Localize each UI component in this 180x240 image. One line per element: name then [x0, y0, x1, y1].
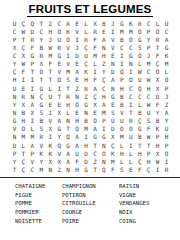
grid-cell[interactable]: T: [144, 142, 153, 150]
grid-cell[interactable]: X: [46, 125, 55, 133]
grid-cell[interactable]: E: [99, 28, 108, 36]
grid-cell[interactable]: J: [162, 93, 171, 101]
grid-cell[interactable]: X: [153, 76, 162, 84]
grid-cell[interactable]: J: [73, 44, 82, 52]
grid-cell[interactable]: A: [64, 20, 73, 28]
grid-cell[interactable]: Y: [37, 36, 46, 44]
grid-cell[interactable]: O: [64, 36, 73, 44]
grid-cell[interactable]: I: [46, 133, 55, 141]
grid-cell[interactable]: V: [46, 117, 55, 125]
grid-cell[interactable]: C: [99, 85, 108, 93]
grid-cell[interactable]: G: [126, 52, 135, 60]
grid-cell[interactable]: Ç: [144, 166, 153, 174]
grid-cell[interactable]: B: [99, 20, 108, 28]
grid-cell[interactable]: Z: [162, 101, 171, 109]
grid-cell[interactable]: T: [153, 44, 162, 52]
grid-cell[interactable]: A: [64, 150, 73, 158]
grid-cell[interactable]: X: [46, 158, 55, 166]
grid-cell[interactable]: E: [73, 76, 82, 84]
grid-cell[interactable]: G: [55, 125, 64, 133]
grid-cell[interactable]: H: [144, 85, 153, 93]
grid-cell[interactable]: H: [99, 93, 108, 101]
grid-cell[interactable]: V: [64, 44, 73, 52]
grid-cell[interactable]: I: [108, 28, 117, 36]
grid-cell[interactable]: C: [10, 52, 19, 60]
grid-cell[interactable]: V: [108, 36, 117, 44]
grid-cell[interactable]: H: [73, 166, 82, 174]
grid-cell[interactable]: I: [46, 109, 55, 117]
grid-cell[interactable]: R: [82, 36, 91, 44]
grid-cell[interactable]: S: [108, 109, 117, 117]
grid-cell[interactable]: P: [10, 36, 19, 44]
grid-cell[interactable]: G: [37, 85, 46, 93]
grid-cell[interactable]: I: [126, 142, 135, 150]
grid-cell[interactable]: H: [82, 142, 91, 150]
grid-cell[interactable]: P: [99, 117, 108, 125]
grid-cell[interactable]: K: [46, 142, 55, 150]
grid-cell[interactable]: E: [55, 101, 64, 109]
grid-cell[interactable]: M: [126, 28, 135, 36]
grid-cell[interactable]: Z: [82, 93, 91, 101]
grid-cell[interactable]: C: [10, 28, 19, 36]
grid-cell[interactable]: K: [82, 68, 91, 76]
grid-cell[interactable]: B: [135, 133, 144, 141]
grid-cell[interactable]: L: [28, 125, 37, 133]
grid-cell[interactable]: K: [37, 150, 46, 158]
grid-cell[interactable]: Q: [28, 20, 37, 28]
grid-cell[interactable]: N: [64, 117, 73, 125]
grid-cell[interactable]: H: [117, 150, 126, 158]
grid-cell[interactable]: M: [144, 60, 153, 68]
grid-cell[interactable]: N: [73, 93, 82, 101]
grid-cell[interactable]: A: [91, 125, 100, 133]
grid-cell[interactable]: L: [91, 60, 100, 68]
grid-cell[interactable]: Q: [55, 142, 64, 150]
grid-cell[interactable]: H: [64, 101, 73, 109]
grid-cell[interactable]: D: [28, 28, 37, 36]
grid-cell[interactable]: S: [64, 76, 73, 84]
grid-cell[interactable]: Y: [10, 101, 19, 109]
grid-cell[interactable]: G: [135, 36, 144, 44]
grid-cell[interactable]: M: [82, 125, 91, 133]
grid-cell[interactable]: U: [126, 133, 135, 141]
grid-cell[interactable]: D: [153, 93, 162, 101]
grid-cell[interactable]: N: [10, 93, 19, 101]
grid-cell[interactable]: V: [64, 60, 73, 68]
grid-cell[interactable]: M: [117, 133, 126, 141]
grid-cell[interactable]: E: [73, 60, 82, 68]
grid-cell[interactable]: E: [126, 166, 135, 174]
grid-cell[interactable]: V: [117, 109, 126, 117]
grid-cell[interactable]: V: [73, 28, 82, 36]
grid-cell[interactable]: E: [46, 101, 55, 109]
grid-cell[interactable]: Ç: [99, 76, 108, 84]
grid-cell[interactable]: T: [37, 76, 46, 84]
grid-cell[interactable]: D: [10, 142, 19, 150]
grid-cell[interactable]: E: [19, 85, 28, 93]
grid-cell[interactable]: O: [135, 28, 144, 36]
grid-cell[interactable]: J: [144, 52, 153, 60]
grid-cell[interactable]: C: [126, 85, 135, 93]
grid-cell[interactable]: Ç: [19, 44, 28, 52]
grid-cell[interactable]: L: [135, 101, 144, 109]
grid-cell[interactable]: V: [108, 44, 117, 52]
grid-cell[interactable]: H: [162, 133, 171, 141]
grid-cell[interactable]: O: [55, 28, 64, 36]
grid-cell[interactable]: W: [135, 68, 144, 76]
grid-cell[interactable]: I: [73, 36, 82, 44]
grid-cell[interactable]: O: [55, 76, 64, 84]
grid-cell[interactable]: B: [117, 93, 126, 101]
grid-cell[interactable]: L: [153, 20, 162, 28]
grid-cell[interactable]: T: [126, 109, 135, 117]
grid-cell[interactable]: Y: [37, 158, 46, 166]
grid-cell[interactable]: F: [73, 158, 82, 166]
grid-cell[interactable]: Y: [153, 109, 162, 117]
grid-cell[interactable]: T: [46, 76, 55, 84]
grid-cell[interactable]: A: [99, 36, 108, 44]
grid-cell[interactable]: S: [117, 166, 126, 174]
grid-cell[interactable]: L: [82, 20, 91, 28]
grid-cell[interactable]: K: [153, 125, 162, 133]
grid-cell[interactable]: H: [144, 158, 153, 166]
grid-cell[interactable]: G: [37, 101, 46, 109]
grid-cell[interactable]: D: [82, 150, 91, 158]
grid-cell[interactable]: F: [19, 68, 28, 76]
grid-cell[interactable]: G: [82, 166, 91, 174]
grid-cell[interactable]: O: [126, 36, 135, 44]
grid-cell[interactable]: F: [28, 44, 37, 52]
grid-cell[interactable]: X: [91, 101, 100, 109]
grid-cell[interactable]: L: [126, 150, 135, 158]
grid-cell[interactable]: G: [91, 133, 100, 141]
grid-cell[interactable]: C: [37, 28, 46, 36]
grid-cell[interactable]: O: [91, 117, 100, 125]
grid-cell[interactable]: M: [91, 52, 100, 60]
grid-cell[interactable]: E: [73, 20, 82, 28]
grid-cell[interactable]: A: [108, 76, 117, 84]
grid-cell[interactable]: Q: [64, 133, 73, 141]
grid-cell[interactable]: W: [19, 60, 28, 68]
grid-cell[interactable]: U: [73, 150, 82, 158]
grid-cell[interactable]: G: [28, 52, 37, 60]
grid-cell[interactable]: T: [64, 85, 73, 93]
grid-cell[interactable]: V: [55, 68, 64, 76]
grid-cell[interactable]: C: [135, 93, 144, 101]
grid-cell[interactable]: C: [144, 68, 153, 76]
grid-cell[interactable]: C: [126, 93, 135, 101]
grid-cell[interactable]: F: [135, 166, 144, 174]
grid-cell[interactable]: I: [55, 85, 64, 93]
grid-cell[interactable]: A: [55, 117, 64, 125]
grid-cell[interactable]: W: [144, 76, 153, 84]
grid-cell[interactable]: Ç: [19, 20, 28, 28]
grid-cell[interactable]: U: [10, 85, 19, 93]
grid-cell[interactable]: L: [117, 158, 126, 166]
grid-cell[interactable]: I: [82, 133, 91, 141]
grid-cell[interactable]: C: [162, 28, 171, 36]
grid-cell[interactable]: N: [126, 60, 135, 68]
grid-cell[interactable]: J: [108, 20, 117, 28]
grid-cell[interactable]: Z: [46, 20, 55, 28]
grid-cell[interactable]: G: [82, 101, 91, 109]
grid-cell[interactable]: H: [73, 117, 82, 125]
grid-cell[interactable]: B: [37, 117, 46, 125]
grid-cell[interactable]: M: [99, 109, 108, 117]
grid-cell[interactable]: I: [153, 166, 162, 174]
grid-cell[interactable]: G: [64, 142, 73, 150]
grid-cell[interactable]: A: [73, 68, 82, 76]
grid-cell[interactable]: B: [37, 44, 46, 52]
grid-cell[interactable]: X: [108, 133, 117, 141]
grid-cell[interactable]: M: [28, 133, 37, 141]
grid-cell[interactable]: E: [108, 52, 117, 60]
grid-cell[interactable]: I: [117, 52, 126, 60]
grid-cell[interactable]: P: [117, 76, 126, 84]
grid-cell[interactable]: F: [153, 52, 162, 60]
grid-cell[interactable]: H: [135, 150, 144, 158]
grid-cell[interactable]: R: [37, 133, 46, 141]
grid-cell[interactable]: Ç: [108, 142, 117, 150]
grid-cell[interactable]: T: [64, 125, 73, 133]
grid-cell[interactable]: O: [99, 150, 108, 158]
grid-cell[interactable]: Q: [73, 125, 82, 133]
grid-cell[interactable]: P: [162, 85, 171, 93]
grid-cell[interactable]: A: [64, 158, 73, 166]
grid-cell[interactable]: H: [99, 52, 108, 60]
grid-cell[interactable]: V: [55, 150, 64, 158]
grid-cell[interactable]: T: [91, 166, 100, 174]
grid-cell[interactable]: Ç: [37, 93, 46, 101]
grid-cell[interactable]: E: [73, 109, 82, 117]
grid-cell[interactable]: N: [46, 166, 55, 174]
grid-cell[interactable]: F: [144, 125, 153, 133]
grid-cell[interactable]: M: [64, 68, 73, 76]
grid-cell[interactable]: C: [144, 93, 153, 101]
grid-cell[interactable]: R: [37, 52, 46, 60]
grid-cell[interactable]: Z: [73, 85, 82, 93]
grid-cell[interactable]: X: [55, 158, 64, 166]
grid-cell[interactable]: Q: [135, 85, 144, 93]
grid-cell[interactable]: O: [126, 76, 135, 84]
grid-cell[interactable]: Ç: [82, 60, 91, 68]
grid-cell[interactable]: R: [82, 85, 91, 93]
grid-cell[interactable]: W: [153, 158, 162, 166]
grid-cell[interactable]: D: [108, 125, 117, 133]
grid-cell[interactable]: C: [55, 20, 64, 28]
grid-cell[interactable]: R: [55, 44, 64, 52]
grid-cell[interactable]: G: [108, 93, 117, 101]
grid-cell[interactable]: N: [99, 44, 108, 52]
grid-cell[interactable]: L: [162, 68, 171, 76]
grid-cell[interactable]: R: [64, 93, 73, 101]
grid-cell[interactable]: A: [91, 85, 100, 93]
grid-cell[interactable]: G: [135, 125, 144, 133]
grid-cell[interactable]: U: [162, 20, 171, 28]
grid-cell[interactable]: Q: [99, 166, 108, 174]
grid-cell[interactable]: Y: [10, 158, 19, 166]
grid-cell[interactable]: A: [162, 109, 171, 117]
grid-cell[interactable]: N: [64, 166, 73, 174]
grid-cell[interactable]: N: [108, 60, 117, 68]
grid-cell[interactable]: M: [19, 133, 28, 141]
grid-cell[interactable]: I: [28, 85, 37, 93]
grid-cell[interactable]: X: [37, 60, 46, 68]
grid-cell[interactable]: U: [144, 109, 153, 117]
grid-cell[interactable]: R: [126, 117, 135, 125]
grid-cell[interactable]: W: [46, 44, 55, 52]
grid-cell[interactable]: L: [117, 142, 126, 150]
grid-cell[interactable]: Ç: [153, 60, 162, 68]
grid-cell[interactable]: B: [135, 109, 144, 117]
grid-cell[interactable]: I: [28, 76, 37, 84]
grid-cell[interactable]: O: [117, 125, 126, 133]
grid-cell[interactable]: F: [153, 101, 162, 109]
grid-cell[interactable]: V: [10, 125, 19, 133]
grid-cell[interactable]: K: [108, 150, 117, 158]
grid-cell[interactable]: S: [135, 44, 144, 52]
grid-cell[interactable]: N: [10, 133, 19, 141]
grid-cell[interactable]: P: [144, 28, 153, 36]
grid-cell[interactable]: X: [91, 20, 100, 28]
grid-cell[interactable]: Ç: [91, 93, 100, 101]
grid-cell[interactable]: K: [126, 20, 135, 28]
grid-cell[interactable]: L: [19, 142, 28, 150]
grid-cell[interactable]: M: [108, 158, 117, 166]
grid-cell[interactable]: H: [153, 142, 162, 150]
grid-cell[interactable]: P: [153, 133, 162, 141]
grid-cell[interactable]: P: [28, 60, 37, 68]
grid-cell[interactable]: U: [117, 117, 126, 125]
grid-cell[interactable]: S: [37, 125, 46, 133]
grid-cell[interactable]: H: [10, 76, 19, 84]
grid-cell[interactable]: S: [144, 117, 153, 125]
grid-cell[interactable]: T: [19, 36, 28, 44]
grid-cell[interactable]: N: [10, 109, 19, 117]
grid-cell[interactable]: L: [135, 60, 144, 68]
grid-cell[interactable]: A: [73, 142, 82, 150]
grid-cell[interactable]: U: [108, 117, 117, 125]
grid-cell[interactable]: N: [108, 85, 117, 93]
grid-cell[interactable]: R: [28, 36, 37, 44]
grid-cell[interactable]: W: [144, 133, 153, 141]
grid-cell[interactable]: L: [46, 85, 55, 93]
grid-cell[interactable]: G: [99, 133, 108, 141]
grid-cell[interactable]: T: [19, 150, 28, 158]
grid-cell[interactable]: R: [162, 166, 171, 174]
grid-cell[interactable]: R: [19, 93, 28, 101]
grid-cell[interactable]: H: [46, 28, 55, 36]
grid-cell[interactable]: I: [28, 117, 37, 125]
grid-cell[interactable]: D: [82, 158, 91, 166]
grid-cell[interactable]: T: [46, 68, 55, 76]
grid-cell[interactable]: D: [108, 68, 117, 76]
grid-cell[interactable]: Y: [99, 68, 108, 76]
grid-cell[interactable]: Z: [91, 158, 100, 166]
grid-cell[interactable]: H: [82, 76, 91, 84]
grid-cell[interactable]: G: [162, 44, 171, 52]
grid-cell[interactable]: N: [99, 158, 108, 166]
grid-cell[interactable]: A: [73, 133, 82, 141]
grid-cell[interactable]: U: [162, 125, 171, 133]
grid-cell[interactable]: M: [117, 28, 126, 36]
grid-cell[interactable]: I: [64, 52, 73, 60]
grid-cell[interactable]: O: [153, 28, 162, 36]
grid-cell[interactable]: I: [162, 158, 171, 166]
grid-cell[interactable]: F: [46, 60, 55, 68]
grid-cell[interactable]: S: [37, 109, 46, 117]
grid-cell[interactable]: T: [91, 142, 100, 150]
grid-cell[interactable]: R: [135, 20, 144, 28]
grid-cell[interactable]: T: [37, 20, 46, 28]
grid-cell[interactable]: H: [117, 85, 126, 93]
grid-cell[interactable]: L: [64, 109, 73, 117]
grid-cell[interactable]: K: [46, 150, 55, 158]
grid-cell[interactable]: U: [46, 93, 55, 101]
grid-cell[interactable]: X: [19, 52, 28, 60]
grid-cell[interactable]: J: [46, 36, 55, 44]
grid-cell[interactable]: F: [91, 36, 100, 44]
grid-cell[interactable]: V: [28, 158, 37, 166]
grid-cell[interactable]: A: [99, 101, 108, 109]
grid-cell[interactable]: M: [37, 166, 46, 174]
grid-cell[interactable]: F: [91, 44, 100, 52]
grid-cell[interactable]: C: [144, 20, 153, 28]
grid-cell[interactable]: Y: [10, 60, 19, 68]
grid-cell[interactable]: W: [144, 101, 153, 109]
grid-cell[interactable]: B: [117, 36, 126, 44]
grid-cell[interactable]: O: [73, 101, 82, 109]
grid-cell[interactable]: Y: [144, 36, 153, 44]
grid-cell[interactable]: T: [55, 93, 64, 101]
grid-cell[interactable]: G: [10, 117, 19, 125]
grid-cell[interactable]: V: [37, 142, 46, 150]
grid-cell[interactable]: O: [162, 76, 171, 84]
grid-cell[interactable]: T: [10, 166, 19, 174]
grid-cell[interactable]: C: [117, 44, 126, 52]
grid-cell[interactable]: U: [82, 52, 91, 60]
grid-cell[interactable]: A: [28, 142, 37, 150]
grid-cell[interactable]: Y: [55, 133, 64, 141]
grid-cell[interactable]: O: [126, 125, 135, 133]
grid-cell[interactable]: T: [135, 142, 144, 150]
grid-cell[interactable]: Q: [117, 68, 126, 76]
grid-cell[interactable]: R: [153, 36, 162, 44]
grid-cell[interactable]: P: [144, 44, 153, 52]
grid-cell[interactable]: B: [117, 101, 126, 109]
grid-cell[interactable]: X: [55, 109, 64, 117]
grid-cell[interactable]: Z: [55, 166, 64, 174]
grid-cell[interactable]: I: [126, 68, 135, 76]
grid-cell[interactable]: P: [144, 150, 153, 158]
grid-cell[interactable]: O: [37, 68, 46, 76]
grid-cell[interactable]: C: [28, 166, 37, 174]
grid-cell[interactable]: O: [162, 150, 171, 158]
grid-cell[interactable]: G: [117, 20, 126, 28]
grid-cell[interactable]: B: [19, 109, 28, 117]
grid-cell[interactable]: U: [135, 76, 144, 84]
grid-cell[interactable]: I: [99, 125, 108, 133]
grid-cell[interactable]: T: [28, 68, 37, 76]
grid-cell[interactable]: Ç: [19, 158, 28, 166]
grid-cell[interactable]: D: [73, 52, 82, 60]
grid-cell[interactable]: N: [82, 109, 91, 117]
grid-cell[interactable]: B: [82, 117, 91, 125]
grid-cell[interactable]: K: [64, 28, 73, 36]
grid-cell[interactable]: L: [82, 28, 91, 36]
grid-cell[interactable]: W: [19, 28, 28, 36]
grid-cell[interactable]: E: [108, 101, 117, 109]
